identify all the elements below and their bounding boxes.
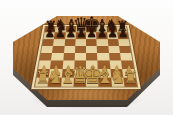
square-f3: [98, 61, 110, 69]
chess-set-photo: ♜♞♝♛♚♝♞♜♟♟♟♟♟♟♟♟♟♟♟♟♟♟♟♟♜♞♝♛♚♝♞♜: [0, 0, 173, 115]
square-d1: [73, 77, 86, 86]
square-c2: [61, 69, 74, 78]
square-h3: [121, 61, 134, 69]
square-h2: [122, 69, 135, 78]
chess-grid: [35, 26, 137, 86]
square-e6: [86, 39, 97, 46]
square-b6: [53, 39, 65, 46]
square-b3: [50, 61, 63, 69]
square-g1: [111, 77, 125, 86]
square-h4: [120, 53, 133, 61]
square-e1: [86, 77, 99, 86]
square-b4: [51, 53, 63, 61]
square-f5: [97, 46, 109, 53]
square-d2: [74, 69, 86, 78]
square-b5: [52, 46, 64, 53]
square-f1: [98, 77, 111, 86]
square-e4: [86, 53, 98, 61]
square-c1: [61, 77, 74, 86]
chess-board: [31, 25, 141, 89]
square-e5: [86, 46, 97, 53]
square-b2: [49, 69, 62, 78]
square-d6: [75, 39, 86, 46]
square-e3: [86, 61, 98, 69]
square-h1: [123, 77, 137, 86]
square-b1: [48, 77, 62, 86]
square-f6: [97, 39, 108, 46]
square-c3: [62, 61, 74, 69]
square-c5: [64, 46, 76, 53]
square-d3: [74, 61, 86, 69]
square-h6: [118, 39, 130, 46]
square-d5: [75, 46, 86, 53]
square-e2: [86, 69, 98, 78]
square-h5: [119, 46, 131, 53]
square-f4: [97, 53, 109, 61]
square-f2: [98, 69, 111, 78]
square-c4: [63, 53, 75, 61]
square-d4: [74, 53, 86, 61]
square-c6: [64, 39, 75, 46]
